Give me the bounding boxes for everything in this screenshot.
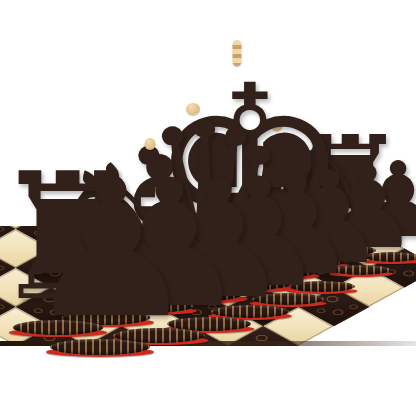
piece-pawn[interactable]: ♟ — [25, 153, 175, 357]
pawn-glyph: ♟ — [25, 153, 175, 345]
pieces-layer: ♜♞♝♛♚♝♞♜♟♟♟♟♟♟♟♟ — [0, 0, 416, 416]
lightwood-finial — [233, 40, 242, 66]
lightwood-finial — [186, 103, 200, 115]
photo-stage: ♜♞♝♛♚♝♞♜♟♟♟♟♟♟♟♟ — [0, 0, 416, 416]
